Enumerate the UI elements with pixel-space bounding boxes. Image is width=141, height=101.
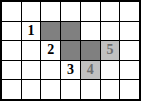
- cell-r1c5[interactable]: [81, 2, 100, 21]
- cell-r4c1[interactable]: [2, 61, 21, 80]
- cell-r2c5[interactable]: [81, 22, 100, 41]
- cell-r5c6[interactable]: [101, 80, 120, 99]
- cell-r3c6[interactable]: 5: [101, 41, 120, 60]
- cell-r3c2[interactable]: [22, 41, 41, 60]
- cell-r3c7[interactable]: [120, 41, 139, 60]
- cell-r5c2[interactable]: [22, 80, 41, 99]
- cell-r4c2[interactable]: [22, 61, 41, 80]
- cell-r3c3[interactable]: 2: [41, 41, 60, 60]
- cell-r1c3[interactable]: [41, 2, 60, 21]
- cell-r4c5[interactable]: 4: [81, 61, 100, 80]
- cell-r2c7[interactable]: [120, 22, 139, 41]
- cell-r3c4[interactable]: [61, 41, 80, 60]
- cell-r1c2[interactable]: [22, 2, 41, 21]
- puzzle-diagram: 12534: [0, 0, 141, 101]
- cell-r2c3[interactable]: [41, 22, 60, 41]
- cell-r5c7[interactable]: [120, 80, 139, 99]
- cell-r1c1[interactable]: [2, 2, 21, 21]
- cell-r3c1[interactable]: [2, 41, 21, 60]
- cell-r5c4[interactable]: [61, 80, 80, 99]
- cell-r5c1[interactable]: [2, 80, 21, 99]
- cell-r1c6[interactable]: [101, 2, 120, 21]
- cell-r4c6[interactable]: [101, 61, 120, 80]
- cell-r4c3[interactable]: [41, 61, 60, 80]
- cell-r2c6[interactable]: [101, 22, 120, 41]
- cell-r2c1[interactable]: [2, 22, 21, 41]
- cell-r5c5[interactable]: [81, 80, 100, 99]
- cell-r2c2[interactable]: 1: [22, 22, 41, 41]
- cell-r5c3[interactable]: [41, 80, 60, 99]
- cell-r2c4[interactable]: [61, 22, 80, 41]
- cell-r1c7[interactable]: [120, 2, 139, 21]
- cell-r4c7[interactable]: [120, 61, 139, 80]
- cell-r4c4[interactable]: 3: [61, 61, 80, 80]
- puzzle-board: 12534: [0, 0, 141, 101]
- cell-r3c5[interactable]: [81, 41, 100, 60]
- cell-r1c4[interactable]: [61, 2, 80, 21]
